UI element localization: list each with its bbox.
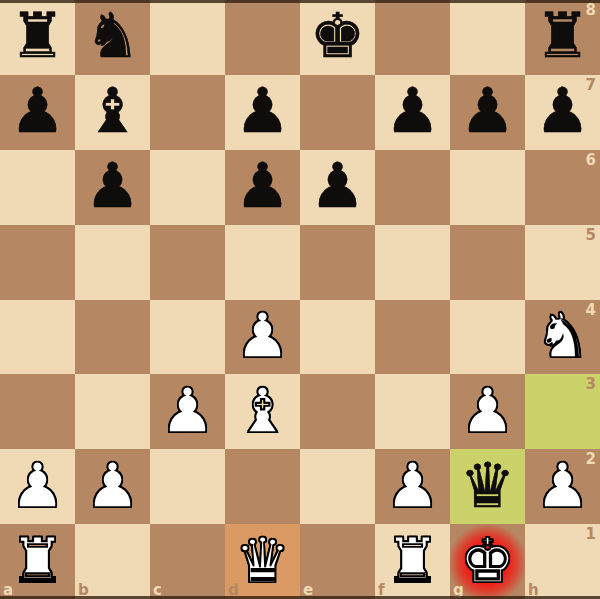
square-a1[interactable]: ♜a: [0, 524, 75, 599]
square-d6[interactable]: ♟: [225, 150, 300, 225]
black-pawn[interactable]: ♟: [535, 80, 591, 142]
square-h2[interactable]: ♟2: [525, 449, 600, 524]
square-f6[interactable]: [375, 150, 450, 225]
white-pawn[interactable]: ♟: [85, 455, 141, 517]
square-g5[interactable]: [450, 225, 525, 300]
file-label-c: c: [153, 581, 162, 599]
black-pawn[interactable]: ♟: [310, 155, 366, 217]
square-h8[interactable]: ♜8: [525, 0, 600, 75]
white-bishop[interactable]: ♝: [235, 380, 291, 442]
black-pawn[interactable]: ♟: [85, 155, 141, 217]
square-e3[interactable]: [300, 374, 375, 449]
square-a4[interactable]: [0, 300, 75, 375]
square-g4[interactable]: [450, 300, 525, 375]
square-b6[interactable]: ♟: [75, 150, 150, 225]
black-pawn[interactable]: ♟: [385, 80, 441, 142]
square-b1[interactable]: b: [75, 524, 150, 599]
file-label-e: e: [303, 581, 313, 599]
square-e7[interactable]: [300, 75, 375, 150]
square-d5[interactable]: [225, 225, 300, 300]
black-pawn[interactable]: ♟: [235, 155, 291, 217]
square-f2[interactable]: ♟: [375, 449, 450, 524]
chess-board: ♜♞♚♜8♟♝♟♟♟♟7♟♟♟65♟♞4♟♝♟3♟♟♟♛♟2♜abc♛de♜f♚…: [0, 0, 600, 599]
white-pawn[interactable]: ♟: [385, 455, 441, 517]
square-d3[interactable]: ♝: [225, 374, 300, 449]
square-b7[interactable]: ♝: [75, 75, 150, 150]
square-h6[interactable]: 6: [525, 150, 600, 225]
square-b3[interactable]: [75, 374, 150, 449]
file-label-h: h: [528, 581, 539, 599]
square-f7[interactable]: ♟: [375, 75, 450, 150]
square-g2[interactable]: ♛: [450, 449, 525, 524]
black-pawn[interactable]: ♟: [460, 80, 516, 142]
square-g1[interactable]: ♚g: [450, 524, 525, 599]
square-a3[interactable]: [0, 374, 75, 449]
square-h3[interactable]: 3: [525, 374, 600, 449]
square-d1[interactable]: ♛d: [225, 524, 300, 599]
square-d4[interactable]: ♟: [225, 300, 300, 375]
square-g8[interactable]: [450, 0, 525, 75]
file-label-b: b: [78, 581, 89, 599]
square-e5[interactable]: [300, 225, 375, 300]
white-knight[interactable]: ♞: [535, 305, 591, 367]
square-g3[interactable]: ♟: [450, 374, 525, 449]
board-squares: ♜♞♚♜8♟♝♟♟♟♟7♟♟♟65♟♞4♟♝♟3♟♟♟♛♟2♜abc♛de♜f♚…: [0, 0, 600, 599]
white-queen[interactable]: ♛: [235, 530, 291, 592]
file-label-f: f: [378, 581, 385, 599]
rank-label-3: 3: [586, 375, 596, 393]
white-rook[interactable]: ♜: [385, 530, 441, 592]
square-h7[interactable]: ♟7: [525, 75, 600, 150]
square-c5[interactable]: [150, 225, 225, 300]
white-king[interactable]: ♚: [460, 530, 516, 592]
square-c1[interactable]: c: [150, 524, 225, 599]
black-rook[interactable]: ♜: [535, 5, 591, 67]
black-pawn[interactable]: ♟: [235, 80, 291, 142]
square-b4[interactable]: [75, 300, 150, 375]
white-pawn[interactable]: ♟: [235, 305, 291, 367]
white-pawn[interactable]: ♟: [460, 380, 516, 442]
square-c6[interactable]: [150, 150, 225, 225]
square-d8[interactable]: [225, 0, 300, 75]
square-a6[interactable]: [0, 150, 75, 225]
square-e1[interactable]: e: [300, 524, 375, 599]
square-h5[interactable]: 5: [525, 225, 600, 300]
square-c7[interactable]: [150, 75, 225, 150]
white-pawn[interactable]: ♟: [160, 380, 216, 442]
square-c3[interactable]: ♟: [150, 374, 225, 449]
square-c2[interactable]: [150, 449, 225, 524]
black-king[interactable]: ♚: [310, 5, 366, 67]
black-pawn[interactable]: ♟: [10, 80, 66, 142]
square-h4[interactable]: ♞4: [525, 300, 600, 375]
square-e2[interactable]: [300, 449, 375, 524]
square-e4[interactable]: [300, 300, 375, 375]
white-pawn[interactable]: ♟: [10, 455, 66, 517]
square-f3[interactable]: [375, 374, 450, 449]
square-c4[interactable]: [150, 300, 225, 375]
square-b2[interactable]: ♟: [75, 449, 150, 524]
square-d7[interactable]: ♟: [225, 75, 300, 150]
square-f1[interactable]: ♜f: [375, 524, 450, 599]
square-g6[interactable]: [450, 150, 525, 225]
square-c8[interactable]: [150, 0, 225, 75]
square-d2[interactable]: [225, 449, 300, 524]
black-knight[interactable]: ♞: [85, 5, 141, 67]
square-f4[interactable]: [375, 300, 450, 375]
square-f5[interactable]: [375, 225, 450, 300]
white-rook[interactable]: ♜: [10, 530, 66, 592]
white-pawn[interactable]: ♟: [535, 455, 591, 517]
square-a5[interactable]: [0, 225, 75, 300]
black-bishop[interactable]: ♝: [85, 80, 141, 142]
square-b5[interactable]: [75, 225, 150, 300]
square-e6[interactable]: ♟: [300, 150, 375, 225]
square-a2[interactable]: ♟: [0, 449, 75, 524]
square-a8[interactable]: ♜: [0, 0, 75, 75]
black-queen[interactable]: ♛: [460, 455, 516, 517]
square-e8[interactable]: ♚: [300, 0, 375, 75]
black-rook[interactable]: ♜: [10, 5, 66, 67]
square-a7[interactable]: ♟: [0, 75, 75, 150]
rank-label-6: 6: [586, 151, 596, 169]
rank-label-1: 1: [586, 525, 596, 543]
square-b8[interactable]: ♞: [75, 0, 150, 75]
square-h1[interactable]: 1h: [525, 524, 600, 599]
rank-label-5: 5: [586, 226, 596, 244]
square-f8[interactable]: [375, 0, 450, 75]
square-g7[interactable]: ♟: [450, 75, 525, 150]
